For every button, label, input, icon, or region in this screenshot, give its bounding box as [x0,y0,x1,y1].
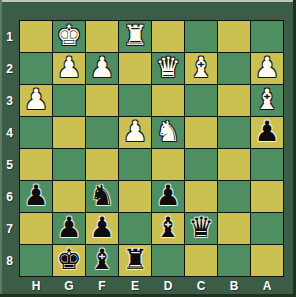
white-bishop-piece-a3: ♝ [254,86,279,114]
rank-labels: 12345678 [0,21,19,276]
square-b4[interactable] [218,117,250,148]
black-king-piece-g8: ♚ [56,246,81,274]
square-e5[interactable] [119,149,151,180]
white-pawn-piece-a2: ♟ [254,54,279,82]
square-e4[interactable]: ♟ [119,117,151,148]
black-pawn-piece-f7: ♟ [89,214,114,242]
square-c2[interactable]: ♝ [185,53,217,84]
square-f2[interactable]: ♟ [86,53,118,84]
square-g4[interactable] [53,117,85,148]
black-knight-piece-f6: ♞ [89,182,114,210]
square-a5[interactable] [251,149,283,180]
frame-shadow-right [293,0,296,297]
square-b7[interactable] [218,213,250,244]
square-d6[interactable]: ♟ [152,181,184,212]
square-h8[interactable] [20,245,52,276]
chess-board: ♚♜♟♟♛♝♟♟♝♟♞♟♟♞♟♟♟♝♛♚♝♜ [19,20,284,277]
white-queen-piece-d2: ♛ [155,54,180,82]
square-e6[interactable] [119,181,151,212]
square-f5[interactable] [86,149,118,180]
file-label-f: F [86,277,118,294]
square-f7[interactable]: ♟ [86,213,118,244]
square-d7[interactable]: ♝ [152,213,184,244]
black-rook-piece-e8: ♜ [122,246,147,274]
square-g2[interactable]: ♟ [53,53,85,84]
file-label-g: G [53,277,85,294]
square-g7[interactable]: ♟ [53,213,85,244]
square-a6[interactable] [251,181,283,212]
square-d3[interactable] [152,85,184,116]
square-c1[interactable] [185,21,217,52]
frame-highlight-top [0,0,296,2]
square-f8[interactable]: ♝ [86,245,118,276]
file-label-d: D [152,277,184,294]
square-h2[interactable] [20,53,52,84]
black-pawn-piece-g7: ♟ [56,214,81,242]
square-c3[interactable] [185,85,217,116]
square-f3[interactable] [86,85,118,116]
rank-label-1: 1 [0,21,19,52]
file-label-h: H [20,277,52,294]
square-c5[interactable] [185,149,217,180]
rank-label-3: 3 [0,85,19,116]
file-label-a: A [251,277,283,294]
black-bishop-piece-d7: ♝ [155,214,180,242]
square-f6[interactable]: ♞ [86,181,118,212]
square-e2[interactable] [119,53,151,84]
file-label-c: C [185,277,217,294]
square-a3[interactable]: ♝ [251,85,283,116]
square-e8[interactable]: ♜ [119,245,151,276]
square-g5[interactable] [53,149,85,180]
rank-label-8: 8 [0,245,19,276]
square-g1[interactable]: ♚ [53,21,85,52]
square-h7[interactable] [20,213,52,244]
square-c6[interactable] [185,181,217,212]
square-c8[interactable] [185,245,217,276]
rank-label-7: 7 [0,213,19,244]
square-g8[interactable]: ♚ [53,245,85,276]
white-pawn-piece-h3: ♟ [23,86,48,114]
rank-label-6: 6 [0,181,19,212]
square-b1[interactable] [218,21,250,52]
square-h3[interactable]: ♟ [20,85,52,116]
square-a7[interactable] [251,213,283,244]
square-g3[interactable] [53,85,85,116]
square-h5[interactable] [20,149,52,180]
square-d4[interactable]: ♞ [152,117,184,148]
square-b3[interactable] [218,85,250,116]
square-d2[interactable]: ♛ [152,53,184,84]
square-e7[interactable] [119,213,151,244]
black-queen-piece-c7: ♛ [188,214,213,242]
white-king-piece-g1: ♚ [56,22,81,50]
square-f1[interactable] [86,21,118,52]
square-g6[interactable] [53,181,85,212]
square-a8[interactable] [251,245,283,276]
square-a1[interactable] [251,21,283,52]
rank-label-4: 4 [0,117,19,148]
file-label-e: E [119,277,151,294]
square-e1[interactable]: ♜ [119,21,151,52]
square-d1[interactable] [152,21,184,52]
black-pawn-piece-h6: ♟ [23,182,48,210]
white-bishop-piece-c2: ♝ [188,54,213,82]
chess-board-frame: 12345678 ♚♜♟♟♛♝♟♟♝♟♞♟♟♞♟♟♟♝♛♚♝♜ HGFEDCBA [0,0,296,297]
square-f4[interactable] [86,117,118,148]
black-pawn-piece-a4: ♟ [254,118,279,146]
file-label-b: B [218,277,250,294]
black-pawn-piece-d6: ♟ [155,182,180,210]
square-h6[interactable]: ♟ [20,181,52,212]
square-h1[interactable] [20,21,52,52]
square-e3[interactable] [119,85,151,116]
black-bishop-piece-f8: ♝ [89,246,114,274]
square-b5[interactable] [218,149,250,180]
square-c7[interactable]: ♛ [185,213,217,244]
rank-label-2: 2 [0,53,19,84]
white-pawn-piece-f2: ♟ [89,54,114,82]
white-pawn-piece-e4: ♟ [122,118,147,146]
rank-label-5: 5 [0,149,19,180]
square-b6[interactable] [218,181,250,212]
square-b8[interactable] [218,245,250,276]
square-c4[interactable] [185,117,217,148]
square-d8[interactable] [152,245,184,276]
white-rook-piece-e1: ♜ [122,22,147,50]
square-a2[interactable]: ♟ [251,53,283,84]
square-b2[interactable] [218,53,250,84]
white-knight-piece-d4: ♞ [155,118,180,146]
square-h4[interactable] [20,117,52,148]
square-d5[interactable] [152,149,184,180]
file-labels: HGFEDCBA [20,277,283,294]
white-pawn-piece-g2: ♟ [56,54,81,82]
square-a4[interactable]: ♟ [251,117,283,148]
